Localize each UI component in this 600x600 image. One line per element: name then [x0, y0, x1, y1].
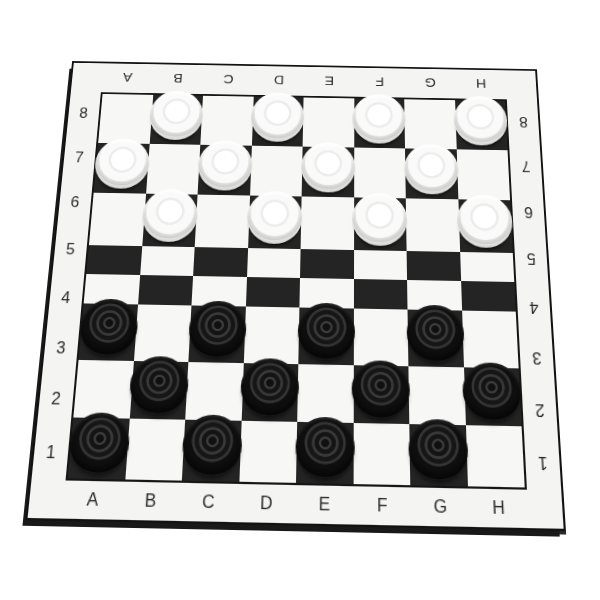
ranks-left-labels-1: 1: [31, 426, 70, 481]
ranks-left-labels-8: 8: [66, 92, 100, 136]
square-f8[interactable]: [354, 98, 405, 148]
square-h1[interactable]: [465, 426, 524, 488]
square-c6[interactable]: [195, 195, 250, 248]
square-b8[interactable]: [149, 95, 203, 145]
files-bottom-labels-g: G: [411, 487, 470, 526]
files-bottom-labels-a: A: [62, 481, 123, 520]
square-f5[interactable]: [354, 250, 408, 280]
black-checker-c1[interactable]: [181, 415, 242, 476]
square-b2[interactable]: [129, 361, 188, 420]
ranks-right-labels-2: 2: [521, 382, 557, 435]
files-top-labels-a: A: [101, 63, 154, 93]
square-b1[interactable]: [125, 419, 185, 481]
square-f4[interactable]: [353, 279, 407, 310]
square-h3[interactable]: [462, 311, 519, 368]
black-checker-g1[interactable]: [408, 419, 468, 481]
square-f2[interactable]: [353, 365, 409, 425]
square-c8[interactable]: [200, 96, 253, 146]
square-e6[interactable]: [301, 197, 354, 250]
black-checker-f2[interactable]: [352, 360, 410, 419]
square-d8[interactable]: [251, 97, 303, 147]
ranks-right-labels-8: 8: [507, 99, 540, 143]
square-h8[interactable]: [455, 100, 508, 150]
square-f6[interactable]: [354, 198, 407, 251]
square-a5[interactable]: [86, 245, 141, 275]
square-c7[interactable]: [198, 144, 252, 195]
ranks-left-labels-7: 7: [62, 135, 97, 180]
square-b4[interactable]: [138, 275, 194, 306]
files-bottom-labels-e: E: [295, 485, 353, 524]
white-checker-b6[interactable]: [141, 189, 199, 242]
square-b7[interactable]: [146, 144, 201, 195]
files-top-labels-g: G: [405, 69, 456, 99]
square-f1[interactable]: [353, 423, 410, 485]
square-g2[interactable]: [408, 366, 465, 426]
white-checker-a7[interactable]: [93, 138, 151, 189]
square-f3[interactable]: [353, 309, 408, 366]
white-checker-f6[interactable]: [353, 193, 408, 246]
ranks-left-labels-5: 5: [52, 226, 88, 274]
black-checker-a3[interactable]: [78, 299, 139, 356]
white-checker-f8[interactable]: [353, 94, 406, 144]
black-checker-a1[interactable]: [67, 413, 130, 474]
square-h4[interactable]: [461, 281, 516, 312]
square-f7[interactable]: [354, 147, 406, 198]
square-e7[interactable]: [302, 146, 354, 197]
files-bottom-labels-d: D: [237, 484, 296, 523]
files-top-labels-f: F: [354, 68, 405, 98]
square-h7[interactable]: [456, 149, 510, 200]
white-checker-d6[interactable]: [247, 191, 303, 244]
square-c2[interactable]: [185, 362, 243, 421]
white-checker-g7[interactable]: [404, 144, 459, 195]
checkers-board: [66, 92, 527, 490]
square-b5[interactable]: [140, 246, 195, 276]
black-checker-c3[interactable]: [188, 301, 247, 358]
ranks-left-labels-2: 2: [37, 373, 75, 426]
ranks-right-labels-1: 1: [524, 435, 561, 490]
square-d2[interactable]: [241, 363, 298, 422]
white-checker-h6[interactable]: [457, 195, 514, 248]
ranks-right-labels-3: 3: [519, 331, 555, 383]
square-g1[interactable]: [409, 424, 467, 486]
ranks-right-labels-7: 7: [509, 143, 542, 188]
black-checker-e1[interactable]: [295, 417, 354, 479]
square-e3[interactable]: [298, 308, 353, 365]
square-d6[interactable]: [248, 196, 302, 249]
square-d5[interactable]: [247, 248, 301, 278]
square-g8[interactable]: [404, 99, 456, 149]
files-top-labels-c: C: [202, 65, 254, 95]
square-h2[interactable]: [463, 367, 521, 427]
photo-background: ABCDEFGH ABCDEFGH 87654321 87654321: [0, 0, 600, 600]
square-d3[interactable]: [243, 307, 299, 364]
square-a8[interactable]: [98, 94, 153, 144]
square-a1[interactable]: [68, 418, 129, 480]
files-bottom-labels-b: B: [120, 482, 180, 521]
ranks-left-labels-6: 6: [57, 180, 93, 227]
square-h6[interactable]: [458, 200, 513, 253]
square-g3[interactable]: [408, 310, 464, 367]
black-checker-e3[interactable]: [297, 303, 354, 360]
square-a2[interactable]: [73, 360, 133, 419]
black-checker-g3[interactable]: [406, 305, 464, 362]
files-bottom-labels-h: H: [469, 489, 529, 529]
white-checker-c7[interactable]: [197, 140, 253, 191]
square-c3[interactable]: [188, 306, 245, 363]
square-a6[interactable]: [89, 193, 146, 246]
white-checker-e7[interactable]: [301, 142, 355, 193]
black-checker-d2[interactable]: [240, 358, 299, 417]
square-d4[interactable]: [245, 277, 300, 308]
white-checker-d8[interactable]: [251, 92, 305, 142]
black-checker-b2[interactable]: [129, 356, 190, 415]
square-h5[interactable]: [460, 252, 515, 282]
square-e2[interactable]: [297, 364, 353, 423]
files-bottom-labels-c: C: [179, 483, 239, 522]
ranks-right-labels-5: 5: [514, 234, 549, 282]
square-c5[interactable]: [193, 247, 248, 277]
square-e8[interactable]: [303, 98, 354, 148]
board-mat: ABCDEFGH ABCDEFGH 87654321 87654321: [25, 61, 566, 531]
square-c1[interactable]: [182, 420, 241, 482]
square-a7[interactable]: [94, 143, 150, 194]
files-bottom-labels-f: F: [354, 486, 412, 525]
square-a3[interactable]: [79, 304, 138, 361]
square-d1[interactable]: [239, 421, 297, 483]
ranks-right-labels-4: 4: [516, 282, 551, 332]
square-g5[interactable]: [407, 251, 461, 281]
ranks-left-labels-4: 4: [47, 273, 84, 323]
white-checker-h8[interactable]: [453, 96, 508, 146]
square-g7[interactable]: [405, 148, 458, 199]
ranks-right-labels-6: 6: [511, 188, 545, 235]
square-b3[interactable]: [133, 305, 191, 362]
ranks-left-labels-3: 3: [42, 322, 80, 373]
white-checker-b8[interactable]: [149, 91, 205, 140]
square-e1[interactable]: [296, 422, 353, 484]
files-top-labels-d: D: [253, 66, 304, 96]
square-e5[interactable]: [300, 249, 354, 279]
square-d7[interactable]: [250, 145, 303, 196]
files-top-labels-e: E: [304, 67, 355, 97]
files-top-labels-h: H: [455, 69, 507, 99]
square-b6[interactable]: [142, 194, 198, 247]
black-checker-h2[interactable]: [462, 362, 522, 421]
square-g6[interactable]: [406, 199, 460, 252]
files-top-labels-b: B: [151, 64, 203, 94]
